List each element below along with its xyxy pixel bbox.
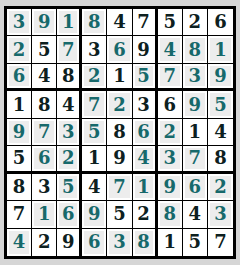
cell-r2c1[interactable]: 2 <box>7 36 32 63</box>
cell-r5c7[interactable]: 2 <box>158 119 183 146</box>
cell-r8c5[interactable]: 5 <box>107 201 132 228</box>
cell-r1c5[interactable]: 4 <box>107 9 132 36</box>
solved-digit: 6 <box>9 66 29 86</box>
sudoku-board: 3918475262573694816482157391847236959735… <box>4 6 236 259</box>
cell-r3c7[interactable]: 7 <box>158 64 183 91</box>
given-digit: 4 <box>210 121 231 143</box>
cell-r1c2[interactable]: 9 <box>32 9 57 36</box>
solved-digit: 6 <box>185 176 205 198</box>
solved-digit: 5 <box>210 93 231 115</box>
cell-r5c3[interactable]: 3 <box>57 119 82 146</box>
given-digit: 4 <box>109 11 129 33</box>
cell-r7c2[interactable]: 3 <box>32 174 57 201</box>
cell-r1c3[interactable]: 1 <box>57 9 82 36</box>
given-digit: 8 <box>9 176 29 198</box>
cell-r3c4[interactable]: 2 <box>82 64 107 91</box>
cell-r4c3[interactable]: 4 <box>57 91 82 118</box>
cell-r7c8[interactable]: 6 <box>183 174 208 201</box>
cell-r1c4[interactable]: 8 <box>82 9 107 36</box>
cell-r9c7[interactable]: 1 <box>158 229 183 256</box>
cell-r6c7[interactable]: 3 <box>158 146 183 173</box>
solved-digit: 1 <box>135 176 153 198</box>
given-digit: 1 <box>9 93 29 115</box>
solved-digit: 9 <box>9 121 29 143</box>
solved-digit: 2 <box>84 66 104 86</box>
solved-digit: 6 <box>109 38 129 60</box>
solved-digit: 7 <box>59 38 77 60</box>
given-digit: 5 <box>34 38 54 60</box>
cell-r7c1[interactable]: 8 <box>7 174 32 201</box>
solved-digit: 8 <box>160 203 180 225</box>
solved-digit: 2 <box>109 93 129 115</box>
solved-digit: 3 <box>109 231 129 254</box>
cell-r4c2[interactable]: 8 <box>32 91 57 118</box>
cell-r8c6[interactable]: 2 <box>133 201 158 228</box>
solved-digit: 2 <box>59 148 77 168</box>
cell-r5c4[interactable]: 5 <box>82 119 107 146</box>
solved-digit: 5 <box>84 121 104 143</box>
cell-r3c8[interactable]: 3 <box>183 64 208 91</box>
cell-r8c3[interactable]: 6 <box>57 201 82 228</box>
cell-r4c4[interactable]: 7 <box>82 91 107 118</box>
cell-r4c1[interactable]: 1 <box>7 91 32 118</box>
solved-digit: 6 <box>135 121 153 143</box>
cell-r1c8[interactable]: 2 <box>183 9 208 36</box>
cell-r7c4[interactable]: 4 <box>82 174 107 201</box>
cell-r4c6[interactable]: 3 <box>133 91 158 118</box>
cell-r7c9[interactable]: 2 <box>208 174 233 201</box>
solved-digit: 1 <box>59 11 77 33</box>
cell-r2c2[interactable]: 5 <box>32 36 57 63</box>
given-digit: 4 <box>59 93 77 115</box>
given-digit: 9 <box>109 148 129 168</box>
given-digit: 7 <box>9 203 29 225</box>
given-digit: 5 <box>109 203 129 225</box>
solved-digit: 3 <box>210 203 231 225</box>
cell-r6c9[interactable]: 8 <box>208 146 233 173</box>
given-digit: 8 <box>109 121 129 143</box>
given-digit: 8 <box>59 66 77 86</box>
cell-r5c6[interactable]: 6 <box>133 119 158 146</box>
cell-r3c9[interactable]: 9 <box>208 64 233 91</box>
solved-digit: 3 <box>160 148 180 168</box>
cell-r6c5[interactable]: 9 <box>107 146 132 173</box>
given-digit: 6 <box>210 11 231 33</box>
solved-digit: 9 <box>34 11 54 33</box>
solved-digit: 9 <box>185 93 205 115</box>
cell-r5c2[interactable]: 7 <box>32 119 57 146</box>
solved-digit: 4 <box>135 148 153 168</box>
cell-r6c8[interactable]: 7 <box>183 146 208 173</box>
cell-r8c2[interactable]: 1 <box>32 201 57 228</box>
solved-digit: 5 <box>59 176 77 198</box>
cell-r8c7[interactable]: 8 <box>158 201 183 228</box>
solved-digit: 9 <box>160 176 180 198</box>
solved-digit: 6 <box>34 148 54 168</box>
cell-r5c5[interactable]: 8 <box>107 119 132 146</box>
solved-digit: 8 <box>185 38 205 60</box>
cell-r6c4[interactable]: 1 <box>82 146 107 173</box>
cell-r7c5[interactable]: 7 <box>107 174 132 201</box>
solved-digit: 3 <box>185 66 205 86</box>
cell-r9c6[interactable]: 8 <box>133 229 158 256</box>
solved-digit: 2 <box>9 38 29 60</box>
solved-digit: 7 <box>34 121 54 143</box>
cell-r8c1[interactable]: 7 <box>7 201 32 228</box>
cell-r1c7[interactable]: 5 <box>158 9 183 36</box>
solved-digit: 7 <box>185 148 205 168</box>
given-digit: 3 <box>135 93 153 115</box>
cell-r3c1[interactable]: 6 <box>7 64 32 91</box>
solved-digit: 9 <box>84 203 104 225</box>
given-digit: 9 <box>135 38 153 60</box>
cell-r9c4[interactable]: 6 <box>82 229 107 256</box>
given-digit: 8 <box>34 93 54 115</box>
given-digit: 6 <box>160 93 180 115</box>
given-digit: 3 <box>84 38 104 60</box>
cell-r9c5[interactable]: 3 <box>107 229 132 256</box>
given-digit: 9 <box>59 231 77 254</box>
cell-r7c7[interactable]: 9 <box>158 174 183 201</box>
solved-digit: 7 <box>84 93 104 115</box>
cell-r9c2[interactable]: 2 <box>32 229 57 256</box>
cell-r3c2[interactable]: 4 <box>32 64 57 91</box>
solved-digit: 6 <box>84 231 104 254</box>
given-digit: 1 <box>160 231 180 254</box>
solved-digit: 3 <box>9 11 29 33</box>
cell-r2c3[interactable]: 7 <box>57 36 82 63</box>
cell-r6c2[interactable]: 6 <box>32 146 57 173</box>
cell-r2c8[interactable]: 8 <box>183 36 208 63</box>
given-digit: 4 <box>34 66 54 86</box>
cell-r3c3[interactable]: 8 <box>57 64 82 91</box>
solved-digit: 8 <box>84 11 104 33</box>
solved-digit: 6 <box>59 203 77 225</box>
solved-digit: 9 <box>210 66 231 86</box>
cell-r2c9[interactable]: 1 <box>208 36 233 63</box>
solved-digit: 8 <box>135 231 153 254</box>
cell-r5c8[interactable]: 1 <box>183 119 208 146</box>
cell-r2c7[interactable]: 4 <box>158 36 183 63</box>
given-digit: 4 <box>185 203 205 225</box>
given-digit: 7 <box>135 11 153 33</box>
solved-digit: 7 <box>109 176 129 198</box>
cell-r4c7[interactable]: 6 <box>158 91 183 118</box>
cell-r2c6[interactable]: 9 <box>133 36 158 63</box>
cell-r4c5[interactable]: 2 <box>107 91 132 118</box>
given-digit: 3 <box>34 176 54 198</box>
solved-digit: 1 <box>210 38 231 60</box>
cell-r4c8[interactable]: 9 <box>183 91 208 118</box>
cell-r6c3[interactable]: 2 <box>57 146 82 173</box>
page-background: 3918475262573694816482157391847236959735… <box>0 0 240 265</box>
cell-r9c3[interactable]: 9 <box>57 229 82 256</box>
given-digit: 2 <box>135 203 153 225</box>
given-digit: 7 <box>210 231 231 254</box>
cell-r2c5[interactable]: 6 <box>107 36 132 63</box>
cell-r6c6[interactable]: 4 <box>133 146 158 173</box>
cell-r7c3[interactable]: 5 <box>57 174 82 201</box>
cell-r2c4[interactable]: 3 <box>82 36 107 63</box>
cell-r9c8[interactable]: 5 <box>183 229 208 256</box>
solved-digit: 5 <box>135 66 153 86</box>
cell-r9c1[interactable]: 4 <box>7 229 32 256</box>
solved-digit: 3 <box>59 121 77 143</box>
cell-r4c9[interactable]: 5 <box>208 91 233 118</box>
solved-digit: 4 <box>9 231 29 254</box>
given-digit: 5 <box>9 148 29 168</box>
cell-r5c9[interactable]: 4 <box>208 119 233 146</box>
solved-digit: 7 <box>160 66 180 86</box>
given-digit: 1 <box>84 148 104 168</box>
given-digit: 2 <box>34 231 54 254</box>
solved-digit: 2 <box>160 121 180 143</box>
cell-r6c1[interactable]: 5 <box>7 146 32 173</box>
given-digit: 2 <box>185 11 205 33</box>
cell-r7c6[interactable]: 1 <box>133 174 158 201</box>
given-digit: 1 <box>109 66 129 86</box>
given-digit: 8 <box>210 148 231 168</box>
cell-r3c6[interactable]: 5 <box>133 64 158 91</box>
cell-r8c8[interactable]: 4 <box>183 201 208 228</box>
given-digit: 5 <box>185 231 205 254</box>
cell-r8c4[interactable]: 9 <box>82 201 107 228</box>
given-digit: 1 <box>185 121 205 143</box>
solved-digit: 1 <box>34 203 54 225</box>
cell-r3c5[interactable]: 1 <box>107 64 132 91</box>
cell-r8c9[interactable]: 3 <box>208 201 233 228</box>
cell-r5c1[interactable]: 9 <box>7 119 32 146</box>
cell-r9c9[interactable]: 7 <box>208 229 233 256</box>
cell-r1c9[interactable]: 6 <box>208 9 233 36</box>
given-digit: 5 <box>160 11 180 33</box>
solved-digit: 2 <box>210 176 231 198</box>
solved-digit: 4 <box>160 38 180 60</box>
cell-r1c1[interactable]: 3 <box>7 9 32 36</box>
cell-r1c6[interactable]: 7 <box>133 9 158 36</box>
given-digit: 4 <box>84 176 104 198</box>
